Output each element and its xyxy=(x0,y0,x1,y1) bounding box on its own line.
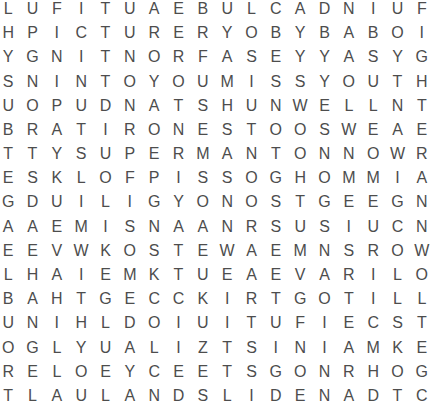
grid-cell[interactable]: T xyxy=(337,287,361,311)
grid-cell[interactable]: O xyxy=(410,263,434,287)
grid-cell[interactable]: O xyxy=(312,287,336,311)
grid-cell[interactable]: N xyxy=(142,215,166,239)
grid-cell[interactable]: U xyxy=(93,335,117,359)
grid-cell[interactable]: L xyxy=(385,263,409,287)
grid-cell[interactable]: T xyxy=(166,239,190,263)
grid-cell[interactable]: I xyxy=(45,70,69,94)
grid-cell[interactable]: T xyxy=(215,335,239,359)
grid-cell[interactable]: S xyxy=(264,190,288,214)
grid-cell[interactable]: Y xyxy=(69,335,93,359)
grid-cell[interactable]: E xyxy=(20,239,44,263)
grid-cell[interactable]: T xyxy=(264,287,288,311)
grid-cell[interactable]: U xyxy=(191,70,215,94)
grid-cell[interactable]: T xyxy=(93,45,117,69)
grid-cell[interactable]: T xyxy=(215,360,239,384)
grid-cell[interactable]: L xyxy=(215,384,239,408)
grid-cell[interactable]: A xyxy=(20,215,44,239)
grid-cell[interactable]: I xyxy=(69,0,93,21)
grid-cell[interactable]: E xyxy=(361,118,385,142)
grid-cell[interactable]: L xyxy=(93,190,117,214)
grid-cell[interactable]: S xyxy=(239,335,263,359)
grid-cell[interactable]: T xyxy=(410,311,434,335)
grid-cell[interactable]: H xyxy=(45,287,69,311)
grid-cell[interactable]: I xyxy=(385,166,409,190)
grid-cell[interactable]: I xyxy=(215,311,239,335)
grid-cell[interactable]: A xyxy=(337,384,361,408)
grid-cell[interactable]: A xyxy=(0,215,20,239)
grid-cell[interactable]: E xyxy=(191,118,215,142)
grid-cell[interactable]: B xyxy=(0,118,20,142)
grid-cell[interactable]: C xyxy=(385,215,409,239)
grid-cell[interactable]: S xyxy=(191,384,215,408)
grid-cell[interactable]: N xyxy=(20,311,44,335)
grid-cell[interactable]: O xyxy=(239,166,263,190)
grid-cell[interactable]: B xyxy=(264,21,288,45)
grid-cell[interactable]: P xyxy=(142,166,166,190)
grid-cell[interactable]: E xyxy=(0,166,20,190)
grid-cell[interactable]: U xyxy=(361,215,385,239)
grid-cell[interactable]: O xyxy=(385,360,409,384)
grid-cell[interactable]: O xyxy=(93,166,117,190)
grid-cell[interactable]: U xyxy=(69,384,93,408)
grid-cell[interactable]: U xyxy=(215,0,239,21)
grid-cell[interactable]: I xyxy=(166,166,190,190)
grid-cell[interactable]: A xyxy=(45,263,69,287)
grid-cell[interactable]: M xyxy=(361,335,385,359)
grid-cell[interactable]: R xyxy=(118,118,142,142)
grid-cell[interactable]: I xyxy=(361,287,385,311)
grid-cell[interactable]: T xyxy=(288,190,312,214)
grid-cell[interactable]: I xyxy=(166,311,190,335)
grid-cell[interactable]: N xyxy=(69,70,93,94)
grid-cell[interactable]: U xyxy=(0,94,20,118)
grid-cell[interactable]: T xyxy=(166,94,190,118)
grid-cell[interactable]: C xyxy=(361,311,385,335)
grid-cell[interactable]: W xyxy=(337,118,361,142)
grid-cell[interactable]: A xyxy=(166,215,190,239)
grid-cell[interactable]: L xyxy=(20,384,44,408)
grid-cell[interactable]: T xyxy=(385,384,409,408)
grid-cell[interactable]: G xyxy=(93,287,117,311)
grid-cell[interactable]: C xyxy=(166,287,190,311)
grid-cell[interactable]: L xyxy=(69,166,93,190)
grid-cell[interactable]: Y xyxy=(166,190,190,214)
grid-cell[interactable]: N xyxy=(410,190,434,214)
grid-cell[interactable]: A xyxy=(142,0,166,21)
grid-cell[interactable]: E xyxy=(410,118,434,142)
grid-cell[interactable]: O xyxy=(20,94,44,118)
grid-cell[interactable]: N xyxy=(45,45,69,69)
grid-cell[interactable]: N xyxy=(166,118,190,142)
grid-cell[interactable]: G xyxy=(0,190,20,214)
grid-cell[interactable]: Y xyxy=(45,142,69,166)
grid-cell[interactable]: R xyxy=(166,45,190,69)
grid-cell[interactable]: A xyxy=(191,215,215,239)
grid-cell[interactable]: T xyxy=(239,118,263,142)
grid-cell[interactable]: I xyxy=(312,335,336,359)
grid-cell[interactable]: L xyxy=(361,94,385,118)
grid-cell[interactable]: A xyxy=(239,239,263,263)
grid-cell[interactable]: L xyxy=(0,0,20,21)
grid-cell[interactable]: N xyxy=(239,142,263,166)
grid-cell[interactable]: K xyxy=(142,263,166,287)
grid-cell[interactable]: O xyxy=(239,190,263,214)
grid-cell[interactable]: T xyxy=(166,263,190,287)
grid-cell[interactable]: K xyxy=(93,239,117,263)
grid-cell[interactable]: I xyxy=(239,384,263,408)
grid-cell[interactable]: I xyxy=(45,311,69,335)
grid-cell[interactable]: V xyxy=(45,239,69,263)
grid-cell[interactable]: T xyxy=(385,70,409,94)
grid-cell[interactable]: U xyxy=(239,94,263,118)
grid-cell[interactable]: H xyxy=(410,70,434,94)
grid-cell[interactable]: S xyxy=(239,45,263,69)
grid-cell[interactable]: E xyxy=(166,360,190,384)
grid-cell[interactable]: U xyxy=(264,311,288,335)
grid-cell[interactable]: Y xyxy=(142,70,166,94)
grid-cell[interactable]: M xyxy=(215,70,239,94)
grid-cell[interactable]: W xyxy=(385,142,409,166)
grid-cell[interactable]: R xyxy=(166,142,190,166)
grid-cell[interactable]: Y xyxy=(288,21,312,45)
grid-cell[interactable]: T xyxy=(410,94,434,118)
grid-cell[interactable]: N xyxy=(215,215,239,239)
grid-cell[interactable]: E xyxy=(166,21,190,45)
grid-cell[interactable]: E xyxy=(312,94,336,118)
grid-cell[interactable]: S xyxy=(361,45,385,69)
grid-cell[interactable]: T xyxy=(69,118,93,142)
grid-cell[interactable]: N xyxy=(312,239,336,263)
grid-cell[interactable]: K xyxy=(385,335,409,359)
grid-cell[interactable]: Y xyxy=(312,45,336,69)
grid-cell[interactable]: U xyxy=(191,311,215,335)
grid-cell[interactable]: T xyxy=(0,142,20,166)
grid-cell[interactable]: A xyxy=(142,94,166,118)
grid-cell[interactable]: R xyxy=(337,263,361,287)
grid-cell[interactable]: P xyxy=(118,142,142,166)
grid-cell[interactable]: A xyxy=(337,335,361,359)
grid-cell[interactable]: G xyxy=(410,360,434,384)
grid-cell[interactable]: E xyxy=(337,190,361,214)
grid-cell[interactable]: M xyxy=(69,215,93,239)
grid-cell[interactable]: U xyxy=(288,215,312,239)
grid-cell[interactable]: H xyxy=(288,166,312,190)
grid-cell[interactable]: I xyxy=(337,215,361,239)
grid-cell[interactable]: I xyxy=(118,190,142,214)
grid-cell[interactable]: H xyxy=(20,263,44,287)
grid-cell[interactable]: L xyxy=(93,384,117,408)
grid-cell[interactable]: R xyxy=(361,239,385,263)
grid-cell[interactable]: G xyxy=(288,287,312,311)
grid-cell[interactable]: D xyxy=(312,0,336,21)
grid-cell[interactable]: E xyxy=(337,311,361,335)
grid-cell[interactable]: B xyxy=(0,287,20,311)
grid-cell[interactable]: N xyxy=(288,335,312,359)
grid-cell[interactable]: I xyxy=(312,311,336,335)
grid-cell[interactable]: O xyxy=(142,118,166,142)
grid-cell[interactable]: W xyxy=(410,239,434,263)
grid-cell[interactable]: A xyxy=(45,118,69,142)
grid-cell[interactable]: S xyxy=(239,360,263,384)
grid-cell[interactable]: K xyxy=(45,166,69,190)
grid-cell[interactable]: Y xyxy=(288,45,312,69)
grid-cell[interactable]: S xyxy=(0,70,20,94)
grid-cell[interactable]: T xyxy=(0,384,20,408)
grid-cell[interactable]: S xyxy=(142,239,166,263)
grid-cell[interactable]: E xyxy=(118,287,142,311)
grid-cell[interactable]: H xyxy=(361,360,385,384)
grid-cell[interactable]: C xyxy=(264,0,288,21)
grid-cell[interactable]: A xyxy=(337,45,361,69)
grid-cell[interactable]: C xyxy=(410,384,434,408)
grid-cell[interactable]: S xyxy=(385,311,409,335)
grid-cell[interactable]: N xyxy=(312,384,336,408)
grid-cell[interactable]: D xyxy=(118,311,142,335)
grid-cell[interactable]: B xyxy=(361,21,385,45)
grid-cell[interactable]: A xyxy=(410,166,434,190)
grid-cell[interactable]: A xyxy=(215,45,239,69)
grid-cell[interactable]: I xyxy=(69,263,93,287)
grid-cell[interactable]: O xyxy=(142,311,166,335)
grid-cell[interactable]: O xyxy=(118,70,142,94)
grid-cell[interactable]: N xyxy=(215,190,239,214)
grid-cell[interactable]: S xyxy=(264,70,288,94)
grid-cell[interactable]: R xyxy=(239,215,263,239)
grid-cell[interactable]: P xyxy=(45,94,69,118)
grid-cell[interactable]: E xyxy=(410,335,434,359)
grid-cell[interactable]: N xyxy=(410,215,434,239)
grid-cell[interactable]: A xyxy=(337,21,361,45)
grid-cell[interactable]: A xyxy=(385,118,409,142)
grid-cell[interactable]: E xyxy=(142,142,166,166)
grid-cell[interactable]: M xyxy=(191,142,215,166)
grid-cell[interactable]: S xyxy=(337,239,361,263)
grid-cell[interactable]: O xyxy=(191,190,215,214)
grid-cell[interactable]: S xyxy=(312,118,336,142)
grid-cell[interactable]: U xyxy=(69,94,93,118)
grid-cell[interactable]: U xyxy=(118,0,142,21)
grid-cell[interactable]: O xyxy=(288,142,312,166)
grid-cell[interactable]: I xyxy=(361,263,385,287)
grid-cell[interactable]: L xyxy=(410,287,434,311)
grid-cell[interactable]: I xyxy=(45,21,69,45)
grid-cell[interactable]: O xyxy=(385,239,409,263)
grid-cell[interactable]: P xyxy=(20,21,44,45)
grid-cell[interactable]: S xyxy=(312,215,336,239)
grid-cell[interactable]: N xyxy=(20,70,44,94)
grid-cell[interactable]: I xyxy=(239,70,263,94)
grid-cell[interactable]: L xyxy=(45,360,69,384)
grid-cell[interactable]: G xyxy=(410,45,434,69)
grid-cell[interactable]: A xyxy=(118,384,142,408)
grid-cell[interactable]: H xyxy=(69,311,93,335)
grid-cell[interactable]: T xyxy=(93,70,117,94)
grid-cell[interactable]: R xyxy=(142,21,166,45)
grid-cell[interactable]: E xyxy=(215,263,239,287)
grid-cell[interactable]: E xyxy=(288,384,312,408)
grid-cell[interactable]: E xyxy=(20,360,44,384)
grid-cell[interactable]: G xyxy=(264,166,288,190)
grid-cell[interactable]: G xyxy=(312,190,336,214)
grid-cell[interactable]: R xyxy=(337,360,361,384)
grid-cell[interactable]: E xyxy=(166,0,190,21)
grid-cell[interactable]: F xyxy=(118,166,142,190)
grid-cell[interactable]: D xyxy=(20,190,44,214)
grid-cell[interactable]: G xyxy=(385,190,409,214)
grid-cell[interactable]: O xyxy=(337,70,361,94)
grid-cell[interactable]: E xyxy=(93,263,117,287)
grid-cell[interactable]: M xyxy=(361,166,385,190)
grid-cell[interactable]: N xyxy=(264,94,288,118)
grid-cell[interactable]: I xyxy=(410,21,434,45)
grid-cell[interactable]: U xyxy=(361,70,385,94)
grid-cell[interactable]: N xyxy=(312,360,336,384)
grid-cell[interactable]: A xyxy=(215,142,239,166)
grid-cell[interactable]: L xyxy=(385,287,409,311)
grid-cell[interactable]: R xyxy=(0,360,20,384)
grid-cell[interactable]: I xyxy=(93,215,117,239)
grid-cell[interactable]: Z xyxy=(191,335,215,359)
grid-cell[interactable]: A xyxy=(239,263,263,287)
grid-cell[interactable]: G xyxy=(264,360,288,384)
grid-cell[interactable]: C xyxy=(69,21,93,45)
grid-cell[interactable]: A xyxy=(118,335,142,359)
grid-cell[interactable]: Y xyxy=(118,360,142,384)
grid-cell[interactable]: Y xyxy=(312,70,336,94)
grid-cell[interactable]: A xyxy=(45,384,69,408)
grid-cell[interactable]: I xyxy=(69,190,93,214)
grid-cell[interactable]: F xyxy=(191,45,215,69)
grid-cell[interactable]: A xyxy=(20,287,44,311)
grid-cell[interactable]: L xyxy=(142,335,166,359)
grid-cell[interactable]: S xyxy=(191,166,215,190)
grid-cell[interactable]: T xyxy=(264,142,288,166)
grid-cell[interactable]: B xyxy=(191,0,215,21)
grid-cell[interactable]: E xyxy=(191,360,215,384)
grid-cell[interactable]: S xyxy=(288,70,312,94)
grid-cell[interactable]: E xyxy=(264,263,288,287)
grid-cell[interactable]: O xyxy=(166,70,190,94)
grid-cell[interactable]: T xyxy=(93,21,117,45)
grid-cell[interactable]: O xyxy=(69,360,93,384)
grid-cell[interactable]: E xyxy=(45,215,69,239)
grid-cell[interactable]: E xyxy=(93,360,117,384)
grid-cell[interactable]: D xyxy=(166,384,190,408)
grid-cell[interactable]: N xyxy=(312,142,336,166)
grid-cell[interactable]: G xyxy=(20,335,44,359)
grid-cell[interactable]: R xyxy=(239,287,263,311)
grid-cell[interactable]: E xyxy=(264,45,288,69)
grid-cell[interactable]: N xyxy=(337,142,361,166)
grid-cell[interactable]: F xyxy=(410,0,434,21)
grid-cell[interactable]: O xyxy=(288,360,312,384)
grid-cell[interactable]: O xyxy=(0,335,20,359)
grid-cell[interactable]: D xyxy=(361,384,385,408)
grid-cell[interactable]: W xyxy=(288,94,312,118)
grid-cell[interactable]: W xyxy=(215,239,239,263)
grid-cell[interactable]: T xyxy=(239,311,263,335)
grid-cell[interactable]: M xyxy=(288,239,312,263)
grid-cell[interactable]: D xyxy=(264,384,288,408)
grid-cell[interactable]: L xyxy=(45,335,69,359)
grid-cell[interactable]: S xyxy=(215,118,239,142)
grid-cell[interactable]: U xyxy=(93,142,117,166)
grid-cell[interactable]: G xyxy=(142,190,166,214)
grid-cell[interactable]: U xyxy=(118,21,142,45)
grid-cell[interactable]: O xyxy=(312,166,336,190)
grid-cell[interactable]: O xyxy=(385,21,409,45)
grid-cell[interactable]: S xyxy=(69,142,93,166)
grid-cell[interactable]: U xyxy=(0,311,20,335)
grid-cell[interactable]: U xyxy=(20,0,44,21)
grid-cell[interactable]: K xyxy=(191,287,215,311)
grid-cell[interactable]: O xyxy=(142,45,166,69)
grid-cell[interactable]: I xyxy=(361,0,385,21)
grid-cell[interactable]: U xyxy=(45,190,69,214)
grid-cell[interactable]: C xyxy=(142,360,166,384)
grid-cell[interactable]: S xyxy=(191,94,215,118)
grid-cell[interactable]: E xyxy=(0,239,20,263)
grid-cell[interactable]: R xyxy=(410,142,434,166)
grid-cell[interactable]: U xyxy=(385,0,409,21)
grid-cell[interactable]: W xyxy=(69,239,93,263)
grid-cell[interactable]: T xyxy=(69,287,93,311)
grid-cell[interactable]: D xyxy=(93,94,117,118)
grid-cell[interactable]: C xyxy=(142,287,166,311)
grid-cell[interactable]: O xyxy=(288,118,312,142)
grid-cell[interactable]: Y xyxy=(0,45,20,69)
grid-cell[interactable]: L xyxy=(93,311,117,335)
grid-cell[interactable]: U xyxy=(191,263,215,287)
grid-cell[interactable]: S xyxy=(20,166,44,190)
grid-cell[interactable]: E xyxy=(264,239,288,263)
grid-cell[interactable]: S xyxy=(264,215,288,239)
grid-cell[interactable]: H xyxy=(0,21,20,45)
grid-cell[interactable]: I xyxy=(69,45,93,69)
grid-cell[interactable]: L xyxy=(239,0,263,21)
grid-cell[interactable]: I xyxy=(264,335,288,359)
grid-cell[interactable]: L xyxy=(0,263,20,287)
grid-cell[interactable]: F xyxy=(288,311,312,335)
grid-cell[interactable]: B xyxy=(312,21,336,45)
grid-cell[interactable]: R xyxy=(20,118,44,142)
grid-cell[interactable]: I xyxy=(166,335,190,359)
grid-cell[interactable]: H xyxy=(215,94,239,118)
grid-cell[interactable]: E xyxy=(191,239,215,263)
grid-cell[interactable]: F xyxy=(45,0,69,21)
grid-cell[interactable]: Y xyxy=(385,45,409,69)
grid-cell[interactable]: T xyxy=(20,142,44,166)
grid-cell[interactable]: N xyxy=(337,0,361,21)
grid-cell[interactable]: I xyxy=(215,287,239,311)
grid-cell[interactable]: T xyxy=(93,0,117,21)
grid-cell[interactable]: I xyxy=(93,118,117,142)
grid-cell[interactable]: S xyxy=(118,215,142,239)
grid-cell[interactable]: G xyxy=(20,45,44,69)
grid-cell[interactable]: N xyxy=(142,384,166,408)
grid-cell[interactable]: A xyxy=(312,263,336,287)
grid-cell[interactable]: N xyxy=(118,94,142,118)
grid-cell[interactable]: S xyxy=(215,166,239,190)
grid-cell[interactable]: O xyxy=(361,142,385,166)
grid-cell[interactable]: N xyxy=(385,94,409,118)
grid-cell[interactable]: A xyxy=(288,0,312,21)
grid-cell[interactable]: O xyxy=(264,118,288,142)
grid-cell[interactable]: L xyxy=(337,94,361,118)
grid-cell[interactable]: O xyxy=(118,239,142,263)
grid-cell[interactable]: Y xyxy=(215,21,239,45)
grid-cell[interactable]: R xyxy=(191,21,215,45)
